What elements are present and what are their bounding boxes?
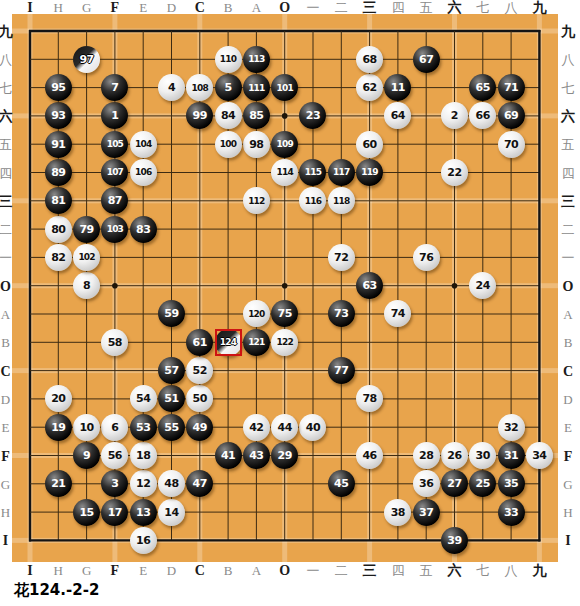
stone-number: 71 [504,81,518,94]
board-point-13-2[interactable]: 11 [384,73,412,101]
stone-116-white: 116 [299,187,326,214]
stone-99-black: 99 [186,102,213,129]
coord-label-top: I [27,1,32,14]
board-point-17-14[interactable]: 32 [497,413,525,441]
board-point-15-3[interactable]: 2 [440,102,468,130]
board-point-11-12[interactable]: 77 [327,356,355,384]
stone-number: 106 [135,167,151,177]
stone-50-white: 50 [186,385,213,412]
stone-26-white: 26 [441,442,468,469]
coord-label-right: O [563,279,574,292]
stone-46-white: 46 [356,442,383,469]
stone-number: 31 [504,449,518,462]
stone-number: 36 [419,477,433,490]
board-point-7-11[interactable]: 124 [214,328,242,356]
coord-label-left: F [1,449,10,462]
stone-number: 11 [391,81,405,94]
stone-number: 25 [476,477,490,490]
board-point-16-15[interactable]: 30 [469,441,497,469]
coord-label-right: A [563,308,572,321]
board-point-6-16[interactable]: 47 [186,470,214,498]
board-point-6-3[interactable]: 99 [186,102,214,130]
board-point-9-5[interactable]: 114 [271,158,299,186]
stone-111-black: 111 [243,74,270,101]
stone-10-white: 10 [73,414,100,441]
stone-120-white: 120 [243,300,270,327]
board-point-2-17[interactable]: 15 [72,498,100,526]
board-point-3-3[interactable]: 1 [101,102,129,130]
stone-102-white: 102 [73,244,100,271]
stone-69-black: 69 [498,102,525,129]
board-point-9-14[interactable]: 44 [271,413,299,441]
stone-3-black: 3 [101,470,128,497]
coord-label-right: 一 [562,251,575,264]
board-point-11-10[interactable]: 73 [327,300,355,328]
board-point-8-10[interactable]: 120 [242,300,270,328]
board-point-3-17[interactable]: 17 [101,498,129,526]
stone-114-white: 114 [271,159,298,186]
stone-98-white: 98 [243,131,270,158]
board-point-1-8[interactable]: 82 [44,243,72,271]
coord-label-bottom: 三 [363,563,377,576]
board-point-15-18[interactable]: 39 [440,526,468,554]
stone-80-white: 80 [45,216,72,243]
board-point-12-5[interactable]: 119 [355,158,383,186]
stone-number: 70 [504,138,518,151]
board-point-2-7[interactable]: 79 [72,215,100,243]
stone-number: 68 [362,53,376,66]
coord-label-top: F [111,1,120,14]
coord-label-left: D [1,392,10,405]
stone-number: 82 [51,251,65,264]
stone-64-white: 64 [384,102,411,129]
stone-number: 35 [504,477,518,490]
stone-number: 100 [220,139,236,149]
stone-number: 57 [164,364,178,377]
board-point-6-11[interactable]: 61 [186,328,214,356]
board-point-6-2[interactable]: 108 [186,73,214,101]
stone-59-black: 59 [158,300,185,327]
board-point-4-13[interactable]: 54 [129,385,157,413]
board-point-11-16[interactable]: 45 [327,470,355,498]
stone-number: 28 [419,449,433,462]
board-point-2-1[interactable]: 97 [72,45,100,73]
coord-label-left: 五 [0,138,12,151]
stone-number: 50 [193,392,207,405]
stone-number: 10 [79,421,93,434]
stone-58-white: 58 [101,329,128,356]
stone-12-white: 12 [130,470,157,497]
board-point-6-14[interactable]: 49 [186,413,214,441]
stone-number: 111 [248,83,264,93]
board-point-15-5[interactable]: 22 [440,158,468,186]
stone-103-black: 103 [101,216,128,243]
stone-number: 40 [306,421,320,434]
board-point-5-17[interactable]: 14 [157,498,185,526]
board-point-13-10[interactable]: 74 [384,300,412,328]
board-point-11-5[interactable]: 117 [327,158,355,186]
board-point-8-1[interactable]: 113 [242,45,270,73]
stone-54-white: 54 [130,385,157,412]
board-point-16-3[interactable]: 66 [469,102,497,130]
stone-number: 12 [136,477,150,490]
board-point-5-12[interactable]: 57 [157,356,185,384]
coord-label-bottom: I [27,563,32,576]
board-point-18-15[interactable]: 34 [525,441,553,469]
stone-40-white: 40 [299,414,326,441]
board-point-7-1[interactable]: 110 [214,45,242,73]
board-point-1-3[interactable]: 93 [44,102,72,130]
board-point-7-3[interactable]: 84 [214,102,242,130]
coord-label-left: B [1,336,10,349]
board-point-9-4[interactable]: 109 [271,130,299,158]
stone-number: 54 [136,392,150,405]
stone-number: 8 [83,279,90,292]
board-point-5-10[interactable]: 59 [157,300,185,328]
board-point-9-11[interactable]: 122 [271,328,299,356]
board-point-2-8[interactable]: 102 [72,243,100,271]
stone-number: 73 [334,307,348,320]
board-point-4-16[interactable]: 12 [129,470,157,498]
stone-number: 55 [164,421,178,434]
stone-number: 5 [224,81,231,94]
board-point-3-14[interactable]: 6 [101,413,129,441]
board-point-12-4[interactable]: 60 [355,130,383,158]
stone-number: 45 [334,477,348,490]
board-point-17-15[interactable]: 31 [497,441,525,469]
board-point-1-13[interactable]: 20 [44,385,72,413]
stone-number: 44 [278,421,292,434]
coord-label-left: I [3,534,8,547]
stone-18-white: 18 [130,442,157,469]
board-point-16-16[interactable]: 25 [469,470,497,498]
stone-number: 104 [135,139,151,149]
stone-67-black: 67 [413,46,440,73]
board-point-14-15[interactable]: 28 [412,441,440,469]
board-point-4-18[interactable]: 16 [129,526,157,554]
board-point-12-15[interactable]: 46 [355,441,383,469]
stone-81-black: 81 [45,187,72,214]
board-point-3-7[interactable]: 103 [101,215,129,243]
coord-label-bottom: O [279,563,290,576]
board-point-17-4[interactable]: 70 [497,130,525,158]
board-point-9-2[interactable]: 101 [271,73,299,101]
board-point-12-9[interactable]: 63 [355,272,383,300]
stone-113-black: 113 [243,46,270,73]
board-point-4-14[interactable]: 53 [129,413,157,441]
board-point-17-16[interactable]: 35 [497,470,525,498]
board-point-2-14[interactable]: 10 [72,413,100,441]
stone-number: 56 [108,449,122,462]
stone-87-black: 87 [101,187,128,214]
coord-label-bottom: F [111,563,120,576]
stone-23-black: 23 [299,102,326,129]
stone-77-black: 77 [328,357,355,384]
board-point-5-16[interactable]: 48 [157,470,185,498]
stone-71-black: 71 [498,74,525,101]
board-point-7-4[interactable]: 100 [214,130,242,158]
stone-36-white: 36 [413,470,440,497]
coord-label-right: 七 [562,81,575,94]
coord-label-top: 七 [476,1,489,14]
board-point-10-3[interactable]: 23 [299,102,327,130]
board-point-12-2[interactable]: 62 [355,73,383,101]
stone-61-black: 61 [186,329,213,356]
stone-number: 80 [51,223,65,236]
stone-number: 29 [278,449,292,462]
stone-number: 63 [362,279,376,292]
coord-label-right: 五 [562,138,575,151]
board-point-3-15[interactable]: 56 [101,441,129,469]
coord-label-right: B [564,336,573,349]
stone-number: 109 [276,139,292,149]
board-point-1-6[interactable]: 81 [44,187,72,215]
board-point-12-1[interactable]: 68 [355,45,383,73]
coord-label-top: D [167,1,176,14]
board-point-9-15[interactable]: 29 [271,441,299,469]
stone-73-black: 73 [328,300,355,327]
stone-number: 95 [51,81,65,94]
board-point-10-5[interactable]: 115 [299,158,327,186]
board-point-4-7[interactable]: 83 [129,215,157,243]
stone-91-black: 91 [45,131,72,158]
stone-74-white: 74 [384,300,411,327]
board-point-14-1[interactable]: 67 [412,45,440,73]
board-point-15-16[interactable]: 27 [440,470,468,498]
stone-34-white: 34 [526,442,553,469]
board-point-11-8[interactable]: 72 [327,243,355,271]
stone-22-white: 22 [441,159,468,186]
stone-number: 83 [136,223,150,236]
board-point-5-2[interactable]: 4 [157,73,185,101]
stone-35-black: 35 [498,470,525,497]
stone-number: 18 [136,449,150,462]
board-point-14-8[interactable]: 76 [412,243,440,271]
stone-19-black: 19 [45,414,72,441]
board-point-3-4[interactable]: 105 [101,130,129,158]
stone-29-black: 29 [271,442,298,469]
stone-number: 49 [193,421,207,434]
stone-number: 84 [221,109,235,122]
coord-label-left: 八 [0,53,12,66]
board-point-16-2[interactable]: 65 [469,73,497,101]
stone-110-white: 110 [215,46,242,73]
coord-label-right: 六 [561,109,575,122]
board-point-1-14[interactable]: 19 [44,413,72,441]
coord-label-bottom: 四 [391,563,404,576]
coord-label-top: G [82,1,91,14]
stone-number: 21 [51,477,65,490]
stone-number: 51 [164,392,178,405]
stone-number: 33 [504,506,518,519]
stone-number: 42 [249,421,263,434]
coord-label-top: A [252,1,261,14]
stone-119-black: 119 [356,159,383,186]
stone-number: 2 [451,109,458,122]
coord-label-top: H [54,1,63,14]
board-point-1-16[interactable]: 21 [44,470,72,498]
stone-121-black: 121 [243,329,270,356]
stone-93-black: 93 [45,102,72,129]
stone-45-black: 45 [328,470,355,497]
stone-115-black: 115 [299,159,326,186]
board-point-11-6[interactable]: 118 [327,187,355,215]
board-point-1-7[interactable]: 80 [44,215,72,243]
coord-label-bottom: D [167,563,176,576]
coord-label-left: 一 [0,251,12,264]
board-point-14-17[interactable]: 37 [412,498,440,526]
stone-8-white: 8 [73,272,100,299]
stone-number: 119 [361,167,377,177]
stone-number: 115 [305,167,321,177]
coord-label-bottom: H [54,563,63,576]
board-point-1-5[interactable]: 89 [44,158,72,186]
coord-label-left: 四 [0,166,12,179]
board-point-4-15[interactable]: 18 [129,441,157,469]
coord-label-left: O [0,279,11,292]
board-point-8-6[interactable]: 112 [242,187,270,215]
board-point-8-14[interactable]: 42 [242,413,270,441]
coord-label-right: 四 [562,166,575,179]
stone-number: 120 [248,309,264,319]
board-point-10-14[interactable]: 40 [299,413,327,441]
stone-5-black: 5 [215,74,242,101]
stone-number: 30 [476,449,490,462]
stone-number: 85 [249,109,263,122]
board-point-2-9[interactable]: 8 [72,272,100,300]
stone-33-black: 33 [498,499,525,526]
coord-label-top: 八 [505,1,518,14]
stone-number: 6 [111,421,118,434]
board-point-8-2[interactable]: 111 [242,73,270,101]
coord-label-top: 二 [335,1,348,14]
stone-55-black: 55 [158,414,185,441]
coord-label-left: 二 [0,223,12,236]
stone-number: 93 [51,109,65,122]
coord-label-top: O [279,1,290,14]
stone-number: 107 [107,167,123,177]
board-point-17-3[interactable]: 69 [497,102,525,130]
board-point-9-10[interactable]: 75 [271,300,299,328]
stone-104-white: 104 [130,131,157,158]
coord-label-right: 二 [562,223,575,236]
stone-37-black: 37 [413,499,440,526]
stone-52-white: 52 [186,357,213,384]
coord-label-right: E [564,421,572,434]
board-point-3-16[interactable]: 3 [101,470,129,498]
stone-number: 41 [221,449,235,462]
stone-number: 22 [447,166,461,179]
stone-number: 78 [362,392,376,405]
board-point-14-16[interactable]: 36 [412,470,440,498]
board-point-12-13[interactable]: 78 [355,385,383,413]
stone-68-white: 68 [356,46,383,73]
board-point-1-2[interactable]: 95 [44,73,72,101]
stone-number: 81 [51,194,65,207]
stone-49-black: 49 [186,414,213,441]
stone-65-black: 65 [469,74,496,101]
coord-label-left: H [1,506,10,519]
board-point-17-17[interactable]: 33 [497,498,525,526]
stone-43-black: 43 [243,442,270,469]
coord-label-bottom: C [195,563,205,576]
stone-number: 101 [276,83,292,93]
stone-56-white: 56 [101,442,128,469]
stone-number: 64 [391,109,405,122]
board-point-13-3[interactable]: 64 [384,102,412,130]
stone-48-white: 48 [158,470,185,497]
coord-label-bottom: 七 [476,563,489,576]
coord-label-top: E [139,1,147,14]
coord-label-bottom: 八 [505,563,518,576]
stone-95-black: 95 [45,74,72,101]
stone-97-black: 97 [73,46,100,73]
board-point-15-15[interactable]: 26 [440,441,468,469]
stone-70-white: 70 [498,131,525,158]
stone-number: 20 [51,392,65,405]
stone-number: 103 [107,224,123,234]
stone-117-black: 117 [328,159,355,186]
stone-number: 116 [305,196,321,206]
board-point-6-12[interactable]: 52 [186,356,214,384]
coord-label-bottom: G [82,563,91,576]
board-point-2-15[interactable]: 9 [72,441,100,469]
stone-number: 61 [193,336,207,349]
stone-105-black: 105 [101,131,128,158]
stone-2-white: 2 [441,102,468,129]
board-point-3-2[interactable]: 7 [101,73,129,101]
stone-number: 47 [193,477,207,490]
board-point-5-14[interactable]: 55 [157,413,185,441]
board-point-10-6[interactable]: 116 [299,187,327,215]
board-point-4-17[interactable]: 13 [129,498,157,526]
board-point-4-4[interactable]: 104 [129,130,157,158]
board-point-8-3[interactable]: 85 [242,102,270,130]
stone-44-white: 44 [271,414,298,441]
stone-17-black: 17 [101,499,128,526]
coord-label-top: 六 [448,1,462,14]
stone-number: 65 [476,81,490,94]
stone-number: 17 [108,506,122,519]
coord-label-bottom: B [224,563,233,576]
board-point-13-17[interactable]: 38 [384,498,412,526]
board-point-7-15[interactable]: 41 [214,441,242,469]
board-point-16-9[interactable]: 24 [469,272,497,300]
board-point-3-6[interactable]: 87 [101,187,129,215]
coord-label-top: 五 [420,1,433,14]
coord-label-right: I [565,534,570,547]
board-point-8-11[interactable]: 121 [242,328,270,356]
board-point-5-13[interactable]: 51 [157,385,185,413]
stone-38-white: 38 [384,499,411,526]
stone-11-black: 11 [384,74,411,101]
stone-108-white: 108 [186,74,213,101]
stone-number: 91 [51,138,65,151]
stone-number: 39 [447,534,461,547]
board-point-8-4[interactable]: 98 [242,130,270,158]
board-point-7-2[interactable]: 5 [214,73,242,101]
coord-label-left: C [0,364,10,377]
board-point-6-13[interactable]: 50 [186,385,214,413]
board-point-17-2[interactable]: 71 [497,73,525,101]
board-point-3-11[interactable]: 58 [101,328,129,356]
stone-31-black: 31 [498,442,525,469]
board-point-4-5[interactable]: 106 [129,158,157,186]
board-point-8-15[interactable]: 43 [242,441,270,469]
board-point-1-4[interactable]: 91 [44,130,72,158]
board-point-3-5[interactable]: 107 [101,158,129,186]
stone-number: 98 [249,138,263,151]
